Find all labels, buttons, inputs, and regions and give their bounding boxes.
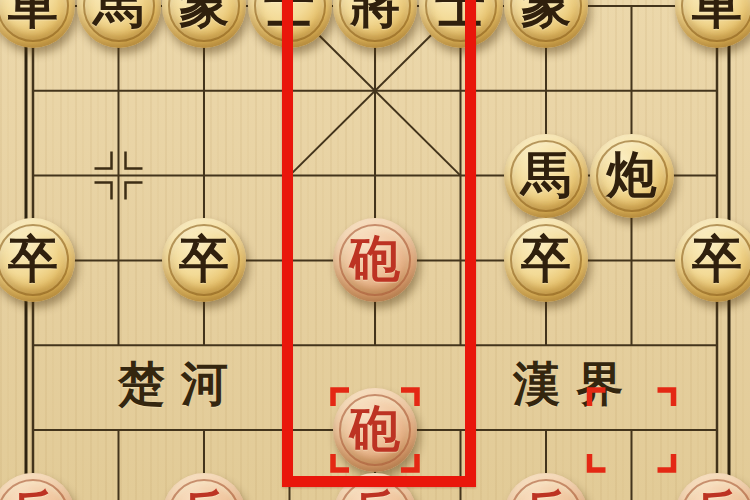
- river-label-chu-he: 楚河: [118, 358, 244, 410]
- piece-black-soldier[interactable]: 卒: [504, 218, 588, 302]
- highlight-rectangle: [282, 0, 476, 487]
- piece-black-elephant[interactable]: 象: [162, 0, 246, 48]
- piece-black-horse[interactable]: 馬: [77, 0, 161, 48]
- piece-black-horse[interactable]: 馬: [504, 134, 588, 218]
- piece-glyph: 車: [8, 0, 58, 30]
- piece-red-soldier[interactable]: 兵: [0, 473, 75, 500]
- piece-black-soldier[interactable]: 卒: [0, 218, 75, 302]
- piece-glyph: 馬: [94, 0, 144, 30]
- piece-glyph: 象: [179, 0, 229, 30]
- piece-black-chariot[interactable]: 車: [675, 0, 750, 48]
- piece-black-soldier[interactable]: 卒: [162, 218, 246, 302]
- piece-red-soldier[interactable]: 兵: [504, 473, 588, 500]
- piece-glyph: 象: [521, 0, 571, 30]
- piece-glyph: 兵: [521, 489, 571, 500]
- piece-glyph: 車: [692, 0, 742, 30]
- piece-black-chariot[interactable]: 車: [0, 0, 75, 48]
- piece-glyph: 炮: [607, 150, 657, 200]
- piece-glyph: 兵: [8, 489, 58, 500]
- piece-glyph: 兵: [350, 489, 400, 500]
- xiangqi-board[interactable]: 楚河 漢界 車馬象士將士象車馬炮卒卒砲卒卒砲兵兵兵兵兵: [0, 0, 750, 500]
- piece-red-soldier[interactable]: 兵: [675, 473, 750, 500]
- piece-black-cannon[interactable]: 炮: [590, 134, 674, 218]
- piece-glyph: 兵: [692, 489, 742, 500]
- river-label-han-jie: 漢界: [513, 358, 639, 410]
- piece-glyph: 卒: [521, 234, 571, 284]
- piece-red-soldier[interactable]: 兵: [162, 473, 246, 500]
- piece-glyph: 卒: [179, 234, 229, 284]
- piece-glyph: 兵: [179, 489, 229, 500]
- piece-glyph: 卒: [692, 234, 742, 284]
- piece-black-soldier[interactable]: 卒: [675, 218, 750, 302]
- piece-glyph: 馬: [521, 150, 571, 200]
- piece-black-elephant[interactable]: 象: [504, 0, 588, 48]
- piece-glyph: 卒: [8, 234, 58, 284]
